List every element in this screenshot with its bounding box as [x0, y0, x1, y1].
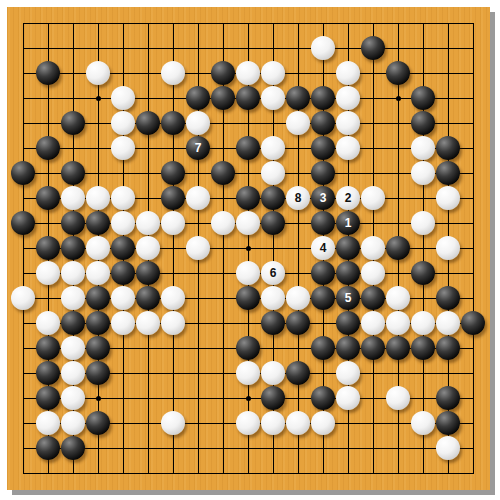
stone-white[interactable]	[86, 236, 110, 260]
stone-white[interactable]	[261, 86, 285, 110]
stone-black[interactable]	[311, 286, 335, 310]
stone-white[interactable]	[436, 236, 460, 260]
stone-black[interactable]	[36, 436, 60, 460]
move-number-label: 8	[295, 192, 302, 204]
star-point	[246, 396, 251, 401]
stone-black[interactable]	[311, 136, 335, 160]
stone-white[interactable]	[411, 411, 435, 435]
stone-black[interactable]	[11, 161, 35, 185]
stone-white[interactable]	[336, 361, 360, 385]
stone-black[interactable]	[336, 261, 360, 285]
stone-black[interactable]	[36, 186, 60, 210]
stone-black[interactable]	[411, 86, 435, 110]
stone-white[interactable]	[286, 411, 310, 435]
move-number-label: 4	[320, 242, 327, 254]
move-number-label: 6	[270, 267, 277, 279]
stone-white-move-2[interactable]: 2	[336, 186, 360, 210]
stone-white[interactable]	[86, 261, 110, 285]
stone-white[interactable]	[336, 386, 360, 410]
stone-white[interactable]	[261, 286, 285, 310]
stone-black[interactable]	[61, 436, 85, 460]
stone-black[interactable]	[211, 61, 235, 85]
stone-black[interactable]	[86, 211, 110, 235]
stone-black[interactable]	[286, 86, 310, 110]
stone-white[interactable]	[361, 236, 385, 260]
stone-white[interactable]	[111, 311, 135, 335]
move-number-label: 7	[195, 142, 202, 154]
stone-black[interactable]	[411, 111, 435, 135]
stone-black[interactable]	[436, 161, 460, 185]
stone-black[interactable]	[436, 386, 460, 410]
stone-black[interactable]	[61, 111, 85, 135]
stone-white[interactable]	[111, 211, 135, 235]
stone-white-move-6[interactable]: 6	[261, 261, 285, 285]
stone-black[interactable]	[461, 311, 485, 335]
stone-white[interactable]	[61, 336, 85, 360]
stone-white[interactable]	[436, 436, 460, 460]
stone-white[interactable]	[36, 261, 60, 285]
stone-black[interactable]	[386, 336, 410, 360]
stone-white[interactable]	[86, 186, 110, 210]
stone-white[interactable]	[111, 86, 135, 110]
stone-black[interactable]	[361, 336, 385, 360]
stone-black[interactable]	[86, 311, 110, 335]
stone-white[interactable]	[236, 211, 260, 235]
stone-black[interactable]	[11, 211, 35, 235]
stone-white[interactable]	[386, 286, 410, 310]
stone-black[interactable]	[311, 211, 335, 235]
stone-black[interactable]	[136, 111, 160, 135]
stone-white[interactable]	[436, 186, 460, 210]
stone-black[interactable]	[436, 286, 460, 310]
stone-white[interactable]	[336, 61, 360, 85]
stone-white[interactable]	[186, 111, 210, 135]
stone-white[interactable]	[161, 311, 185, 335]
stone-black[interactable]	[411, 336, 435, 360]
stone-white[interactable]	[436, 311, 460, 335]
stone-white[interactable]	[211, 211, 235, 235]
stone-white[interactable]	[286, 111, 310, 135]
stone-black[interactable]	[136, 286, 160, 310]
stone-white[interactable]	[236, 261, 260, 285]
stone-white[interactable]	[111, 136, 135, 160]
stone-white[interactable]	[186, 236, 210, 260]
stone-black[interactable]	[61, 211, 85, 235]
stone-black[interactable]	[236, 136, 260, 160]
stone-white[interactable]	[61, 286, 85, 310]
stone-black[interactable]	[211, 86, 235, 110]
grid-line-horizontal	[23, 473, 474, 474]
stone-white[interactable]	[161, 61, 185, 85]
stone-white[interactable]	[336, 111, 360, 135]
stone-white[interactable]	[336, 86, 360, 110]
stone-black[interactable]	[311, 86, 335, 110]
stone-black[interactable]	[86, 286, 110, 310]
stone-black[interactable]	[386, 61, 410, 85]
stone-black[interactable]	[186, 86, 210, 110]
stone-black[interactable]	[61, 311, 85, 335]
stone-black-move-7[interactable]: 7	[186, 136, 210, 160]
stone-black[interactable]	[86, 361, 110, 385]
stone-white[interactable]	[411, 161, 435, 185]
stone-black-move-1[interactable]: 1	[336, 211, 360, 235]
stone-white[interactable]	[261, 161, 285, 185]
stone-black[interactable]	[311, 386, 335, 410]
stone-black[interactable]	[36, 136, 60, 160]
stone-black[interactable]	[86, 336, 110, 360]
stone-white[interactable]	[236, 61, 260, 85]
stone-white[interactable]	[386, 386, 410, 410]
stone-white[interactable]	[261, 61, 285, 85]
stone-white[interactable]	[136, 311, 160, 335]
stone-black[interactable]	[436, 336, 460, 360]
stone-white[interactable]	[186, 186, 210, 210]
stone-white[interactable]	[36, 411, 60, 435]
stone-white[interactable]	[411, 211, 435, 235]
stone-black-move-5[interactable]: 5	[336, 286, 360, 310]
stone-white[interactable]	[61, 411, 85, 435]
stone-black[interactable]	[111, 261, 135, 285]
stone-black[interactable]	[261, 211, 285, 235]
stone-white[interactable]	[386, 311, 410, 335]
stone-white[interactable]	[261, 411, 285, 435]
stone-black[interactable]	[361, 286, 385, 310]
stone-white[interactable]	[111, 186, 135, 210]
stone-white[interactable]	[361, 186, 385, 210]
stone-black[interactable]	[336, 311, 360, 335]
stone-white[interactable]	[11, 286, 35, 310]
grid-line-horizontal	[23, 448, 474, 449]
stone-black[interactable]	[386, 236, 410, 260]
stone-black[interactable]	[311, 161, 335, 185]
stone-white[interactable]	[161, 411, 185, 435]
stone-white[interactable]	[336, 136, 360, 160]
stone-white[interactable]	[61, 186, 85, 210]
stone-black[interactable]	[61, 236, 85, 260]
move-number-label: 3	[320, 192, 327, 204]
stone-black[interactable]	[261, 186, 285, 210]
star-point	[246, 246, 251, 251]
stone-black[interactable]	[211, 161, 235, 185]
move-number-label: 1	[345, 217, 352, 229]
stone-white[interactable]	[411, 136, 435, 160]
stone-black[interactable]	[286, 361, 310, 385]
stone-white[interactable]	[311, 36, 335, 60]
grid-line-vertical	[473, 23, 474, 474]
stone-white[interactable]	[136, 211, 160, 235]
stone-white[interactable]	[161, 211, 185, 235]
go-app-screen: 78321465	[0, 0, 500, 500]
stone-black[interactable]	[311, 336, 335, 360]
go-board[interactable]: 78321465	[7, 7, 490, 490]
star-point	[396, 96, 401, 101]
stone-black[interactable]	[161, 186, 185, 210]
stone-white[interactable]	[36, 311, 60, 335]
stone-black[interactable]	[261, 311, 285, 335]
stone-white[interactable]	[136, 236, 160, 260]
stone-black[interactable]	[336, 236, 360, 260]
stone-black[interactable]	[236, 86, 260, 110]
stone-black[interactable]	[136, 261, 160, 285]
stone-black[interactable]	[311, 261, 335, 285]
stone-black[interactable]	[161, 111, 185, 135]
stone-white[interactable]	[236, 361, 260, 385]
stone-white[interactable]	[111, 286, 135, 310]
stone-white[interactable]	[411, 311, 435, 335]
stone-black[interactable]	[411, 261, 435, 285]
stone-white[interactable]	[261, 136, 285, 160]
stone-black[interactable]	[161, 161, 185, 185]
stone-white[interactable]	[111, 111, 135, 135]
move-number-label: 2	[345, 192, 352, 204]
stone-white[interactable]	[361, 311, 385, 335]
stone-white-move-4[interactable]: 4	[311, 236, 335, 260]
stone-black[interactable]	[311, 111, 335, 135]
stone-white[interactable]	[161, 286, 185, 310]
stone-black[interactable]	[261, 386, 285, 410]
stone-black[interactable]	[36, 61, 60, 85]
stone-black[interactable]	[436, 136, 460, 160]
move-number-label: 5	[345, 292, 352, 304]
stone-black[interactable]	[236, 286, 260, 310]
stone-black[interactable]	[436, 411, 460, 435]
stone-black[interactable]	[36, 236, 60, 260]
stone-white[interactable]	[361, 261, 385, 285]
stone-black[interactable]	[36, 361, 60, 385]
stone-white[interactable]	[261, 361, 285, 385]
stone-black[interactable]	[36, 386, 60, 410]
stone-black[interactable]	[236, 336, 260, 360]
stone-white[interactable]	[286, 286, 310, 310]
star-point	[96, 96, 101, 101]
stone-white[interactable]	[61, 386, 85, 410]
stone-white[interactable]	[311, 411, 335, 435]
stone-black[interactable]	[111, 236, 135, 260]
stone-black-move-3[interactable]: 3	[311, 186, 335, 210]
star-point	[96, 396, 101, 401]
stone-white-move-8[interactable]: 8	[286, 186, 310, 210]
stone-white[interactable]	[236, 411, 260, 435]
stone-white[interactable]	[61, 261, 85, 285]
stone-black[interactable]	[36, 336, 60, 360]
stone-black[interactable]	[286, 311, 310, 335]
stone-black[interactable]	[61, 161, 85, 185]
stone-white[interactable]	[61, 361, 85, 385]
stone-black[interactable]	[86, 411, 110, 435]
stone-black[interactable]	[236, 186, 260, 210]
stone-white[interactable]	[86, 61, 110, 85]
stone-black[interactable]	[336, 336, 360, 360]
stone-black[interactable]	[361, 36, 385, 60]
